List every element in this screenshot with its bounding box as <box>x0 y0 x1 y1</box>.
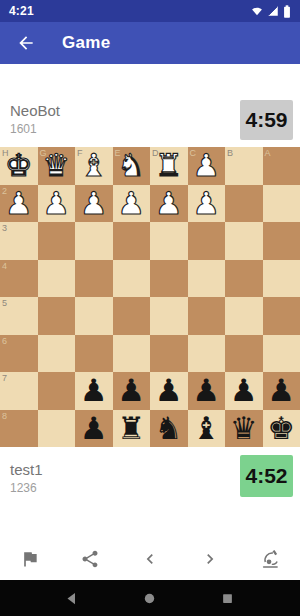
square-c4[interactable] <box>188 260 226 298</box>
square-d6[interactable] <box>150 335 188 373</box>
square-a4[interactable] <box>263 260 301 298</box>
square-g6[interactable] <box>38 335 76 373</box>
coordinate-label: 4 <box>2 261 7 271</box>
square-c2[interactable]: ♟ <box>188 185 226 223</box>
square-g8[interactable] <box>38 410 76 448</box>
black-pawn: ♟ <box>113 372 151 410</box>
top-player-panel: NeoBot 1601 4:59 <box>0 64 300 147</box>
square-h7[interactable]: 7 <box>0 372 38 410</box>
square-b7[interactable]: ♟ <box>225 372 263 410</box>
square-a5[interactable] <box>263 297 301 335</box>
square-e2[interactable]: ♟ <box>113 185 151 223</box>
coordinate-label: G <box>40 148 47 158</box>
game-toolbar <box>0 547 300 571</box>
signal-icon <box>267 5 279 17</box>
bottom-player-clock: 4:52 <box>240 455 293 497</box>
square-g1[interactable]: G♛ <box>38 147 76 185</box>
square-h6[interactable]: 6 <box>0 335 38 373</box>
square-g5[interactable] <box>38 297 76 335</box>
square-c8[interactable]: ♝ <box>188 410 226 448</box>
coordinate-label: 6 <box>2 336 7 346</box>
coordinate-label: E <box>115 148 121 158</box>
square-f8[interactable]: ♟ <box>75 410 113 448</box>
square-d3[interactable] <box>150 222 188 260</box>
android-nav-bar <box>0 580 300 616</box>
square-b2[interactable] <box>225 185 263 223</box>
square-f7[interactable]: ♟ <box>75 372 113 410</box>
square-b5[interactable] <box>225 297 263 335</box>
square-d4[interactable] <box>150 260 188 298</box>
coordinate-label: 5 <box>2 298 7 308</box>
black-pawn: ♟ <box>263 372 301 410</box>
square-a1[interactable]: A <box>263 147 301 185</box>
square-a7[interactable]: ♟ <box>263 372 301 410</box>
flag-resign-button[interactable] <box>18 547 42 571</box>
square-g7[interactable] <box>38 372 76 410</box>
square-f1[interactable]: F♝ <box>75 147 113 185</box>
coordinate-label: F <box>77 148 83 158</box>
square-a6[interactable] <box>263 335 301 373</box>
share-button[interactable] <box>78 547 102 571</box>
black-knight: ♞ <box>150 410 188 448</box>
square-g3[interactable] <box>38 222 76 260</box>
square-d2[interactable]: ♟ <box>150 185 188 223</box>
square-c5[interactable] <box>188 297 226 335</box>
bottom-player-rating: 1236 <box>10 481 37 495</box>
black-king: ♚ <box>263 410 301 448</box>
bottom-player-name: test1 <box>10 461 43 478</box>
black-pawn: ♟ <box>188 372 226 410</box>
square-d1[interactable]: D♜ <box>150 147 188 185</box>
black-queen: ♛ <box>225 410 263 448</box>
coordinate-label: D <box>152 148 159 158</box>
square-b1[interactable]: B <box>225 147 263 185</box>
square-d8[interactable]: ♞ <box>150 410 188 448</box>
black-pawn: ♟ <box>225 372 263 410</box>
white-pawn: ♟ <box>75 185 113 223</box>
square-d5[interactable] <box>150 297 188 335</box>
square-e1[interactable]: E♞ <box>113 147 151 185</box>
wifi-icon <box>251 5 263 17</box>
status-icons <box>251 5 291 18</box>
square-c3[interactable] <box>188 222 226 260</box>
square-c7[interactable]: ♟ <box>188 372 226 410</box>
status-bar: 4:21 <box>0 0 300 22</box>
back-button[interactable] <box>12 29 40 57</box>
square-b8[interactable]: ♛ <box>225 410 263 448</box>
square-f3[interactable] <box>75 222 113 260</box>
square-e8[interactable]: ♜ <box>113 410 151 448</box>
white-pawn: ♟ <box>188 185 226 223</box>
square-f4[interactable] <box>75 260 113 298</box>
analysis-microscope-button[interactable] <box>258 547 282 571</box>
square-h8[interactable]: 8 <box>0 410 38 448</box>
coordinate-label: B <box>227 148 233 158</box>
square-f6[interactable] <box>75 335 113 373</box>
battery-icon <box>283 5 291 18</box>
square-a2[interactable] <box>263 185 301 223</box>
coordinate-label: A <box>265 148 271 158</box>
black-bishop: ♝ <box>188 410 226 448</box>
top-player-rating: 1601 <box>10 122 37 136</box>
square-f2[interactable]: ♟ <box>75 185 113 223</box>
square-b4[interactable] <box>225 260 263 298</box>
clock-time: 4:21 <box>9 4 34 18</box>
square-h4[interactable]: 4 <box>0 260 38 298</box>
square-e6[interactable] <box>113 335 151 373</box>
top-player-clock: 4:59 <box>240 100 293 140</box>
coordinate-label: 3 <box>2 223 7 233</box>
square-b3[interactable] <box>225 222 263 260</box>
square-h5[interactable]: 5 <box>0 297 38 335</box>
white-pawn: ♟ <box>38 185 76 223</box>
square-c1[interactable]: C♟ <box>188 147 226 185</box>
square-c6[interactable] <box>188 335 226 373</box>
square-e7[interactable]: ♟ <box>113 372 151 410</box>
previous-move-button[interactable] <box>138 547 162 571</box>
chess-board[interactable]: H♚G♛F♝E♞D♜C♟BA2♟♟♟♟♟♟34567♟♟♟♟♟♟8♟♜♞♝♛♚ <box>0 147 300 447</box>
nav-recents-button[interactable] <box>217 588 237 608</box>
coordinate-label: 2 <box>2 186 7 196</box>
square-h2[interactable]: 2♟ <box>0 185 38 223</box>
nav-back-button[interactable] <box>63 588 83 608</box>
coordinate-label: 8 <box>2 411 7 421</box>
square-d7[interactable]: ♟ <box>150 372 188 410</box>
black-rook: ♜ <box>113 410 151 448</box>
black-pawn: ♟ <box>150 372 188 410</box>
square-h1[interactable]: H♚ <box>0 147 38 185</box>
square-g2[interactable]: ♟ <box>38 185 76 223</box>
square-e5[interactable] <box>113 297 151 335</box>
square-e4[interactable] <box>113 260 151 298</box>
square-f5[interactable] <box>75 297 113 335</box>
white-pawn: ♟ <box>113 185 151 223</box>
black-pawn: ♟ <box>75 372 113 410</box>
square-b6[interactable] <box>225 335 263 373</box>
coordinate-label: 7 <box>2 373 7 383</box>
black-pawn: ♟ <box>75 410 113 448</box>
nav-home-button[interactable] <box>140 588 160 608</box>
coordinate-label: H <box>2 148 9 158</box>
top-player-name: NeoBot <box>10 102 60 119</box>
square-g4[interactable] <box>38 260 76 298</box>
next-move-button[interactable] <box>198 547 222 571</box>
page-title: Game <box>62 33 110 53</box>
square-h3[interactable]: 3 <box>0 222 38 260</box>
square-e3[interactable] <box>113 222 151 260</box>
square-a8[interactable]: ♚ <box>263 410 301 448</box>
coordinate-label: C <box>190 148 197 158</box>
square-a3[interactable] <box>263 222 301 260</box>
bottom-player-panel: test1 1236 4:52 <box>0 447 300 580</box>
app-bar: Game <box>0 22 300 64</box>
white-pawn: ♟ <box>150 185 188 223</box>
